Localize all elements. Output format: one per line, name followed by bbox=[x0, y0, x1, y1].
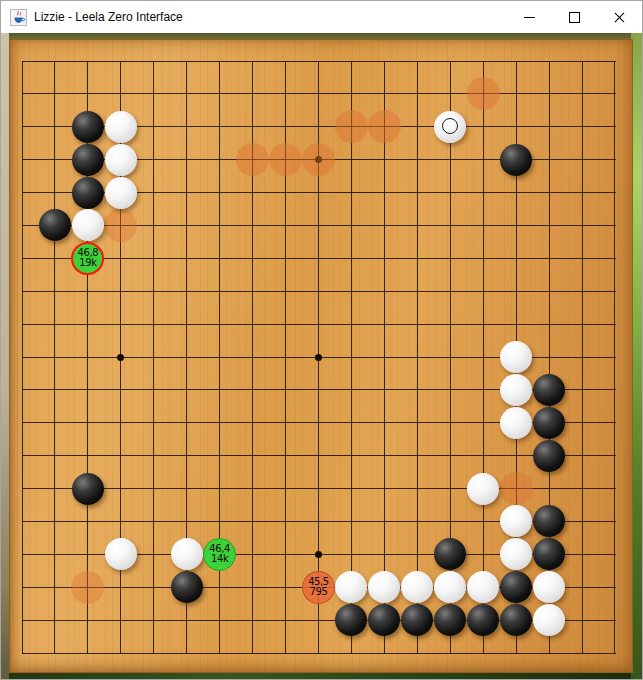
background-bottom-strip bbox=[9, 673, 631, 680]
suggested-move[interactable]: 46,819k bbox=[71, 242, 104, 275]
maximize-button[interactable] bbox=[552, 1, 597, 33]
lizzie-window: Lizzie - Leela Zero Interface 46,819k46,… bbox=[0, 0, 643, 680]
minimize-button[interactable] bbox=[507, 1, 552, 33]
suggestion-visits: 19k bbox=[79, 258, 96, 268]
background-photo: 46,819k46,414k45,5795 bbox=[1, 33, 642, 680]
suggestion-visits: 795 bbox=[310, 587, 328, 597]
window-title: Lizzie - Leela Zero Interface bbox=[34, 10, 183, 24]
goban[interactable]: 46,819k46,414k45,5795 bbox=[9, 39, 633, 673]
annotation-layer: 46,819k46,414k45,5795 bbox=[10, 40, 632, 672]
java-icon bbox=[10, 9, 27, 26]
background-left-strip bbox=[1, 33, 9, 680]
window-controls bbox=[507, 1, 642, 33]
suggested-move[interactable]: 46,414k bbox=[203, 538, 236, 571]
maximize-icon bbox=[569, 12, 580, 23]
minimize-icon bbox=[524, 17, 535, 18]
close-icon bbox=[613, 11, 626, 24]
close-button[interactable] bbox=[597, 1, 642, 33]
suggested-move[interactable]: 45,5795 bbox=[302, 571, 335, 604]
suggestion-visits: 14k bbox=[211, 554, 228, 564]
title-bar: Lizzie - Leela Zero Interface bbox=[1, 1, 642, 33]
last-move-marker bbox=[442, 118, 458, 134]
